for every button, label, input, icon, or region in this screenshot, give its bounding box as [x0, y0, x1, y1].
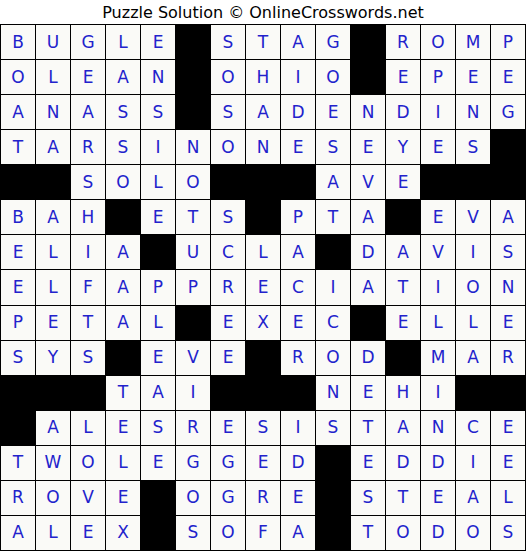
- black-cell: [176, 25, 210, 59]
- black-cell: [281, 165, 315, 199]
- letter-cell: E: [491, 446, 525, 480]
- letter-cell: S: [176, 516, 210, 550]
- black-cell: [36, 165, 70, 199]
- letter-cell: F: [246, 516, 280, 550]
- letter-cell: D: [421, 516, 455, 550]
- letter-cell: I: [281, 411, 315, 445]
- black-cell: [316, 235, 350, 269]
- black-cell: [316, 446, 350, 480]
- letter-cell: D: [281, 446, 315, 480]
- letter-cell: S: [211, 95, 245, 129]
- letter-cell: N: [141, 60, 175, 94]
- letter-cell: A: [106, 306, 140, 340]
- black-cell: [1, 411, 35, 445]
- letter-cell: A: [351, 270, 385, 304]
- letter-cell: I: [71, 235, 105, 269]
- letter-cell: L: [71, 411, 105, 445]
- letter-cell: M: [421, 341, 455, 375]
- letter-cell: H: [246, 60, 280, 94]
- letter-cell: A: [386, 235, 420, 269]
- black-cell: [491, 165, 525, 199]
- letter-cell: E: [421, 481, 455, 515]
- letter-cell: I: [281, 60, 315, 94]
- letter-cell: V: [71, 481, 105, 515]
- letter-cell: T: [316, 200, 350, 234]
- letter-cell: E: [316, 95, 350, 129]
- letter-cell: A: [1, 516, 35, 550]
- black-cell: [141, 481, 175, 515]
- letter-cell: T: [351, 516, 385, 550]
- letter-cell: A: [71, 95, 105, 129]
- letter-cell: A: [456, 341, 490, 375]
- black-cell: [211, 165, 245, 199]
- black-cell: [351, 60, 385, 94]
- letter-cell: A: [281, 235, 315, 269]
- letter-cell: E: [106, 481, 140, 515]
- letter-cell: R: [1, 481, 35, 515]
- letter-cell: O: [211, 60, 245, 94]
- letter-cell: E: [211, 306, 245, 340]
- letter-cell: N: [176, 130, 210, 164]
- black-cell: [351, 25, 385, 59]
- letter-cell: O: [456, 270, 490, 304]
- letter-cell: I: [316, 270, 350, 304]
- letter-cell: T: [1, 130, 35, 164]
- letter-cell: E: [71, 60, 105, 94]
- letter-cell: C: [316, 306, 350, 340]
- letter-cell: N: [316, 376, 350, 410]
- letter-cell: R: [71, 130, 105, 164]
- letter-cell: V: [351, 165, 385, 199]
- letter-cell: M: [456, 25, 490, 59]
- letter-cell: R: [491, 341, 525, 375]
- letter-cell: X: [106, 516, 140, 550]
- letter-cell: A: [106, 60, 140, 94]
- crossword-grid: BUGLESTAGROMPOLEANOHIOEPEEANASSSADENDING…: [0, 24, 526, 551]
- letter-cell: T: [386, 481, 420, 515]
- letter-cell: G: [176, 446, 210, 480]
- letter-cell: E: [246, 446, 280, 480]
- letter-cell: T: [1, 446, 35, 480]
- black-cell: [1, 165, 35, 199]
- letter-cell: E: [351, 130, 385, 164]
- letter-cell: F: [71, 270, 105, 304]
- letter-cell: E: [386, 306, 420, 340]
- letter-cell: N: [36, 95, 70, 129]
- letter-cell: N: [491, 270, 525, 304]
- letter-cell: P: [421, 60, 455, 94]
- letter-cell: O: [176, 481, 210, 515]
- letter-cell: E: [386, 165, 420, 199]
- letter-cell: E: [491, 411, 525, 445]
- letter-cell: O: [211, 130, 245, 164]
- black-cell: [281, 376, 315, 410]
- letter-cell: L: [36, 60, 70, 94]
- letter-cell: P: [491, 25, 525, 59]
- letter-cell: S: [351, 481, 385, 515]
- letter-cell: O: [316, 341, 350, 375]
- letter-cell: O: [1, 60, 35, 94]
- black-cell: [491, 130, 525, 164]
- letter-cell: E: [246, 270, 280, 304]
- letter-cell: I: [421, 270, 455, 304]
- letter-cell: T: [71, 306, 105, 340]
- letter-cell: L: [246, 235, 280, 269]
- letter-cell: D: [386, 95, 420, 129]
- letter-cell: E: [141, 25, 175, 59]
- letter-cell: V: [421, 235, 455, 269]
- black-cell: [316, 481, 350, 515]
- letter-cell: E: [141, 200, 175, 234]
- letter-cell: I: [421, 95, 455, 129]
- letter-cell: N: [351, 95, 385, 129]
- letter-cell: E: [141, 341, 175, 375]
- letter-cell: L: [106, 25, 140, 59]
- black-cell: [176, 60, 210, 94]
- letter-cell: E: [211, 411, 245, 445]
- letter-cell: O: [71, 446, 105, 480]
- letter-cell: I: [421, 376, 455, 410]
- letter-cell: P: [141, 270, 175, 304]
- letter-cell: A: [246, 95, 280, 129]
- letter-cell: V: [176, 341, 210, 375]
- black-cell: [1, 376, 35, 410]
- letter-cell: B: [1, 200, 35, 234]
- letter-cell: C: [456, 411, 490, 445]
- letter-cell: I: [176, 376, 210, 410]
- letter-cell: A: [141, 376, 175, 410]
- black-cell: [176, 95, 210, 129]
- letter-cell: P: [1, 306, 35, 340]
- letter-cell: E: [491, 60, 525, 94]
- letter-cell: E: [71, 516, 105, 550]
- letter-cell: B: [1, 25, 35, 59]
- letter-cell: N: [421, 411, 455, 445]
- black-cell: [71, 376, 105, 410]
- letter-cell: A: [36, 200, 70, 234]
- letter-cell: S: [71, 341, 105, 375]
- letter-cell: A: [316, 165, 350, 199]
- letter-cell: S: [141, 95, 175, 129]
- letter-cell: X: [246, 306, 280, 340]
- letter-cell: O: [421, 25, 455, 59]
- letter-cell: E: [281, 481, 315, 515]
- letter-cell: S: [211, 200, 245, 234]
- letter-cell: T: [176, 200, 210, 234]
- letter-cell: E: [281, 306, 315, 340]
- letter-cell: E: [386, 60, 420, 94]
- letter-cell: E: [106, 411, 140, 445]
- letter-cell: A: [36, 411, 70, 445]
- letter-cell: A: [106, 270, 140, 304]
- letter-cell: S: [71, 165, 105, 199]
- letter-cell: T: [106, 376, 140, 410]
- letter-cell: L: [106, 446, 140, 480]
- letter-cell: S: [1, 341, 35, 375]
- letter-cell: L: [36, 270, 70, 304]
- black-cell: [246, 376, 280, 410]
- letter-cell: L: [456, 306, 490, 340]
- letter-cell: D: [386, 446, 420, 480]
- letter-cell: P: [176, 270, 210, 304]
- letter-cell: T: [386, 270, 420, 304]
- letter-cell: S: [316, 411, 350, 445]
- letter-cell: P: [281, 200, 315, 234]
- letter-cell: A: [281, 516, 315, 550]
- letter-cell: S: [106, 95, 140, 129]
- letter-cell: W: [36, 446, 70, 480]
- letter-cell: E: [421, 200, 455, 234]
- letter-cell: T: [351, 411, 385, 445]
- letter-cell: E: [1, 235, 35, 269]
- letter-cell: T: [246, 25, 280, 59]
- letter-cell: O: [316, 60, 350, 94]
- letter-cell: O: [106, 165, 140, 199]
- letter-cell: L: [36, 235, 70, 269]
- letter-cell: R: [176, 411, 210, 445]
- letter-cell: I: [456, 446, 490, 480]
- black-cell: [106, 200, 140, 234]
- letter-cell: R: [246, 481, 280, 515]
- letter-cell: E: [351, 446, 385, 480]
- letter-cell: G: [211, 446, 245, 480]
- letter-cell: V: [456, 200, 490, 234]
- black-cell: [386, 341, 420, 375]
- letter-cell: S: [141, 411, 175, 445]
- letter-cell: G: [491, 95, 525, 129]
- letter-cell: D: [421, 446, 455, 480]
- letter-cell: O: [456, 516, 490, 550]
- letter-cell: S: [491, 516, 525, 550]
- letter-cell: O: [36, 481, 70, 515]
- letter-cell: E: [281, 130, 315, 164]
- letter-cell: E: [456, 60, 490, 94]
- letter-cell: E: [351, 376, 385, 410]
- letter-cell: D: [351, 235, 385, 269]
- black-cell: [491, 376, 525, 410]
- letter-cell: L: [491, 481, 525, 515]
- letter-cell: Y: [386, 130, 420, 164]
- letter-cell: S: [456, 130, 490, 164]
- black-cell: [211, 376, 245, 410]
- letter-cell: H: [71, 200, 105, 234]
- letter-cell: L: [36, 516, 70, 550]
- letter-cell: S: [491, 235, 525, 269]
- black-cell: [456, 165, 490, 199]
- letter-cell: S: [106, 130, 140, 164]
- letter-cell: I: [141, 130, 175, 164]
- letter-cell: A: [281, 25, 315, 59]
- letter-cell: E: [491, 306, 525, 340]
- letter-cell: L: [421, 306, 455, 340]
- black-cell: [421, 165, 455, 199]
- black-cell: [316, 516, 350, 550]
- letter-cell: D: [351, 341, 385, 375]
- black-cell: [106, 341, 140, 375]
- black-cell: [386, 200, 420, 234]
- black-cell: [246, 165, 280, 199]
- letter-cell: S: [211, 25, 245, 59]
- letter-cell: A: [491, 200, 525, 234]
- letter-cell: C: [211, 235, 245, 269]
- letter-cell: S: [316, 130, 350, 164]
- letter-cell: A: [386, 411, 420, 445]
- letter-cell: U: [36, 25, 70, 59]
- letter-cell: R: [386, 25, 420, 59]
- letter-cell: O: [211, 516, 245, 550]
- black-cell: [456, 376, 490, 410]
- black-cell: [246, 341, 280, 375]
- letter-cell: I: [456, 235, 490, 269]
- page-title: Puzzle Solution © OnlineCrosswords.net: [0, 0, 526, 24]
- letter-cell: E: [36, 306, 70, 340]
- letter-cell: C: [281, 270, 315, 304]
- black-cell: [36, 376, 70, 410]
- letter-cell: N: [456, 95, 490, 129]
- letter-cell: A: [36, 130, 70, 164]
- letter-cell: O: [176, 165, 210, 199]
- black-cell: [176, 306, 210, 340]
- letter-cell: L: [141, 306, 175, 340]
- letter-cell: E: [421, 130, 455, 164]
- letter-cell: E: [211, 341, 245, 375]
- black-cell: [351, 306, 385, 340]
- letter-cell: A: [456, 481, 490, 515]
- letter-cell: Y: [36, 341, 70, 375]
- letter-cell: L: [141, 165, 175, 199]
- letter-cell: O: [386, 516, 420, 550]
- letter-cell: R: [281, 341, 315, 375]
- letter-cell: G: [71, 25, 105, 59]
- black-cell: [141, 516, 175, 550]
- letter-cell: N: [246, 130, 280, 164]
- letter-cell: U: [176, 235, 210, 269]
- letter-cell: D: [281, 95, 315, 129]
- letter-cell: R: [211, 270, 245, 304]
- letter-cell: A: [351, 200, 385, 234]
- letter-cell: A: [1, 95, 35, 129]
- black-cell: [141, 235, 175, 269]
- letter-cell: E: [1, 270, 35, 304]
- letter-cell: S: [246, 411, 280, 445]
- letter-cell: G: [316, 25, 350, 59]
- letter-cell: G: [211, 481, 245, 515]
- black-cell: [246, 200, 280, 234]
- letter-cell: A: [106, 235, 140, 269]
- letter-cell: H: [386, 376, 420, 410]
- letter-cell: E: [141, 446, 175, 480]
